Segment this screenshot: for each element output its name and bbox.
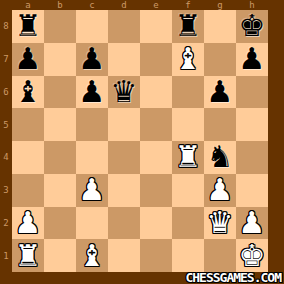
square-f5 xyxy=(172,108,204,141)
square-e5 xyxy=(140,108,172,141)
square-g5 xyxy=(204,108,236,141)
rank-label-8: 8 xyxy=(0,10,12,43)
square-d8 xyxy=(108,10,140,43)
square-b7 xyxy=(44,43,76,76)
white-bishop-icon: ♝ xyxy=(175,44,202,74)
square-g3: ♟ xyxy=(204,174,236,207)
square-c8 xyxy=(76,10,108,43)
square-e6 xyxy=(140,76,172,109)
square-d6: ♛ xyxy=(108,76,140,109)
square-d3 xyxy=(108,174,140,207)
chess-diagram: abcdefgh 87654321 ♜♜♚♟♟♝♟♝♟♛♟♜♞♟♟♟♛♟♜♝♚ … xyxy=(0,0,284,284)
square-g7 xyxy=(204,43,236,76)
square-b1 xyxy=(44,239,76,272)
square-f2 xyxy=(172,207,204,240)
square-e1 xyxy=(140,239,172,272)
square-d4 xyxy=(108,141,140,174)
square-h3 xyxy=(236,174,268,207)
square-e3 xyxy=(140,174,172,207)
file-label-g: g xyxy=(204,0,236,10)
square-g2: ♛ xyxy=(204,207,236,240)
rank-label-6: 6 xyxy=(0,76,12,109)
square-b2 xyxy=(44,207,76,240)
square-g4: ♞ xyxy=(204,141,236,174)
square-f6 xyxy=(172,76,204,109)
square-a4 xyxy=(12,141,44,174)
file-label-b: b xyxy=(44,0,76,10)
white-pawn-icon: ♟ xyxy=(79,175,106,205)
square-g6: ♟ xyxy=(204,76,236,109)
square-h4 xyxy=(236,141,268,174)
square-a8: ♜ xyxy=(12,10,44,43)
rank-label-7: 7 xyxy=(0,43,12,76)
square-e4 xyxy=(140,141,172,174)
square-b3 xyxy=(44,174,76,207)
square-b6 xyxy=(44,76,76,109)
square-a6: ♝ xyxy=(12,76,44,109)
square-c4 xyxy=(76,141,108,174)
black-pawn-icon: ♟ xyxy=(239,44,266,74)
square-c3: ♟ xyxy=(76,174,108,207)
rank-label-4: 4 xyxy=(0,141,12,174)
square-b5 xyxy=(44,108,76,141)
white-king-icon: ♚ xyxy=(239,241,266,271)
white-rook-icon: ♜ xyxy=(175,142,202,172)
white-pawn-icon: ♟ xyxy=(15,208,42,238)
square-b4 xyxy=(44,141,76,174)
white-queen-icon: ♛ xyxy=(207,208,234,238)
square-h7: ♟ xyxy=(236,43,268,76)
black-bishop-icon: ♝ xyxy=(15,77,42,107)
square-e2 xyxy=(140,207,172,240)
square-h6 xyxy=(236,76,268,109)
rank-label-3: 3 xyxy=(0,174,12,207)
file-label-d: d xyxy=(108,0,140,10)
square-a5 xyxy=(12,108,44,141)
square-f3 xyxy=(172,174,204,207)
square-d7 xyxy=(108,43,140,76)
square-c5 xyxy=(76,108,108,141)
square-a2: ♟ xyxy=(12,207,44,240)
black-queen-icon: ♛ xyxy=(111,77,138,107)
watermark: CHESSGAMES.COM xyxy=(185,272,281,284)
square-c1: ♝ xyxy=(76,239,108,272)
black-knight-icon: ♞ xyxy=(207,142,234,172)
square-h2: ♟ xyxy=(236,207,268,240)
black-pawn-icon: ♟ xyxy=(15,44,42,74)
square-g8 xyxy=(204,10,236,43)
rank-labels: 87654321 xyxy=(0,10,12,272)
file-label-e: e xyxy=(140,0,172,10)
rank-label-2: 2 xyxy=(0,207,12,240)
square-c7: ♟ xyxy=(76,43,108,76)
board: ♜♜♚♟♟♝♟♝♟♛♟♜♞♟♟♟♛♟♜♝♚ xyxy=(12,10,268,272)
rank-label-1: 1 xyxy=(0,239,12,272)
square-c2 xyxy=(76,207,108,240)
square-f7: ♝ xyxy=(172,43,204,76)
square-e7 xyxy=(140,43,172,76)
black-king-icon: ♚ xyxy=(239,11,266,41)
file-labels: abcdefgh xyxy=(12,0,268,10)
square-e8 xyxy=(140,10,172,43)
square-d2 xyxy=(108,207,140,240)
rank-label-5: 5 xyxy=(0,108,12,141)
square-a3 xyxy=(12,174,44,207)
black-rook-icon: ♜ xyxy=(15,11,42,41)
file-label-c: c xyxy=(76,0,108,10)
square-c6: ♟ xyxy=(76,76,108,109)
black-pawn-icon: ♟ xyxy=(79,44,106,74)
black-pawn-icon: ♟ xyxy=(79,77,106,107)
square-f8: ♜ xyxy=(172,10,204,43)
square-d1 xyxy=(108,239,140,272)
white-rook-icon: ♜ xyxy=(15,241,42,271)
square-h8: ♚ xyxy=(236,10,268,43)
square-f1 xyxy=(172,239,204,272)
white-pawn-icon: ♟ xyxy=(239,208,266,238)
square-d5 xyxy=(108,108,140,141)
square-a7: ♟ xyxy=(12,43,44,76)
square-h5 xyxy=(236,108,268,141)
black-rook-icon: ♜ xyxy=(175,11,202,41)
white-bishop-icon: ♝ xyxy=(79,241,106,271)
square-a1: ♜ xyxy=(12,239,44,272)
square-b8 xyxy=(44,10,76,43)
black-pawn-icon: ♟ xyxy=(207,77,234,107)
square-h1: ♚ xyxy=(236,239,268,272)
white-pawn-icon: ♟ xyxy=(207,175,234,205)
square-g1 xyxy=(204,239,236,272)
square-f4: ♜ xyxy=(172,141,204,174)
